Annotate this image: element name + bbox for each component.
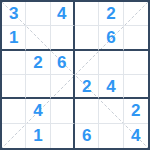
- cell-r1c2[interactable]: [26, 2, 50, 26]
- given-digit: 6: [57, 54, 66, 71]
- cell-r5c6[interactable]: 2: [124, 99, 148, 123]
- cell-r4c1[interactable]: [2, 75, 26, 99]
- given-digit: 1: [33, 127, 42, 144]
- cell-r3c4[interactable]: [75, 51, 99, 75]
- cell-r5c3[interactable]: [51, 99, 75, 123]
- cell-r5c5[interactable]: [99, 99, 123, 123]
- cell-r4c3[interactable]: [51, 75, 75, 99]
- given-digit: 3: [9, 5, 18, 22]
- cell-r5c4[interactable]: [75, 99, 99, 123]
- cell-r1c3[interactable]: 4: [51, 2, 75, 26]
- cell-r2c2[interactable]: [26, 26, 50, 50]
- cell-r5c1[interactable]: [2, 99, 26, 123]
- given-digit: 2: [131, 102, 140, 119]
- given-digit: 2: [106, 5, 115, 22]
- cell-r1c4[interactable]: [75, 2, 99, 26]
- cell-r3c2[interactable]: 2: [26, 51, 50, 75]
- cell-r5c2[interactable]: 4: [26, 99, 50, 123]
- given-digit: 4: [106, 78, 115, 95]
- cell-r3c3[interactable]: 6: [51, 51, 75, 75]
- cell-r2c4[interactable]: [75, 26, 99, 50]
- cell-r6c5[interactable]: [99, 124, 123, 148]
- cell-r1c5[interactable]: 2: [99, 2, 123, 26]
- given-digit: 6: [106, 29, 115, 46]
- cell-r6c6[interactable]: 4: [124, 124, 148, 148]
- given-digit: 2: [33, 54, 42, 71]
- cell-r3c5[interactable]: [99, 51, 123, 75]
- cell-r6c4[interactable]: 6: [75, 124, 99, 148]
- cell-r1c1[interactable]: 3: [2, 2, 26, 26]
- given-digit: 4: [131, 127, 140, 144]
- cell-r2c3[interactable]: [51, 26, 75, 50]
- cell-r4c2[interactable]: [26, 75, 50, 99]
- given-digit: 1: [9, 29, 18, 46]
- cell-r2c5[interactable]: 6: [99, 26, 123, 50]
- cell-r6c2[interactable]: 1: [26, 124, 50, 148]
- given-digit: 4: [57, 5, 66, 22]
- cell-r6c1[interactable]: [2, 124, 26, 148]
- sudoku-board: 34216262442164: [0, 0, 150, 150]
- cell-r2c6[interactable]: [124, 26, 148, 50]
- cell-r4c4[interactable]: 2: [75, 75, 99, 99]
- cell-r1c6[interactable]: [124, 2, 148, 26]
- given-digit: 4: [33, 102, 42, 119]
- cell-r3c1[interactable]: [2, 51, 26, 75]
- given-digit: 6: [82, 127, 91, 144]
- cell-r6c3[interactable]: [51, 124, 75, 148]
- given-digit: 2: [82, 78, 91, 95]
- cell-r3c6[interactable]: [124, 51, 148, 75]
- cell-r2c1[interactable]: 1: [2, 26, 26, 50]
- cell-r4c6[interactable]: [124, 75, 148, 99]
- cell-r4c5[interactable]: 4: [99, 75, 123, 99]
